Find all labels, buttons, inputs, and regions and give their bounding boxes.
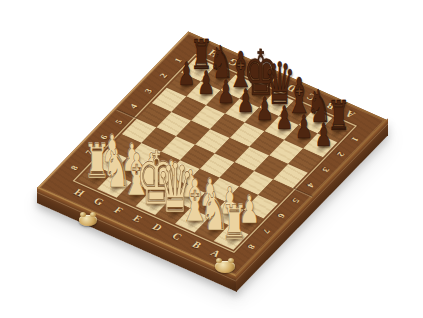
piece-black-pawn-h7[interactable]: ♟	[178, 59, 196, 91]
piece-white-rook-a1[interactable]: ♜	[221, 198, 248, 246]
piece-black-pawn-e7[interactable]: ♟	[236, 85, 254, 117]
piece-black-pawn-a7[interactable]: ♟	[314, 119, 332, 151]
brass-clasp[interactable]	[215, 261, 235, 273]
chess-set-photo: HGFEDCBA HGFEDCBA 87654321 87654321 ♜♟♟♜…	[0, 0, 423, 318]
brass-clasp[interactable]	[79, 215, 97, 226]
piece-black-pawn-f7[interactable]: ♟	[217, 76, 235, 108]
piece-black-pawn-b7[interactable]: ♟	[295, 111, 313, 143]
piece-black-pawn-c7[interactable]: ♟	[275, 102, 293, 134]
chess-board: HGFEDCBA HGFEDCBA 87654321 87654321 ♜♟♟♜…	[37, 32, 387, 277]
piece-black-pawn-g7[interactable]: ♟	[197, 67, 215, 99]
piece-black-pawn-d7[interactable]: ♟	[256, 93, 274, 125]
